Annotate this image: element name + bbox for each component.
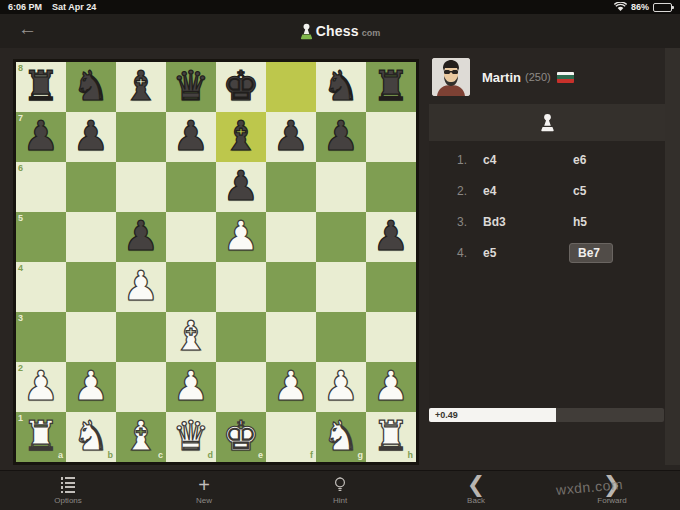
square-b3[interactable] xyxy=(66,312,116,362)
square-f1[interactable]: f xyxy=(266,412,316,462)
square-g4[interactable] xyxy=(316,262,366,312)
square-b1[interactable]: b♞ xyxy=(66,412,116,462)
battery-icon xyxy=(653,3,672,12)
square-g2[interactable]: ♟ xyxy=(316,362,366,412)
square-f5[interactable] xyxy=(266,212,316,262)
square-a6[interactable]: 6 xyxy=(16,162,66,212)
black-move[interactable]: e6 xyxy=(573,153,617,167)
piece-black-pawn: ♟ xyxy=(166,112,216,162)
piece-white-pawn: ♟ xyxy=(366,362,416,412)
square-e5[interactable]: ♟ xyxy=(216,212,266,262)
white-move[interactable]: e4 xyxy=(483,184,545,198)
pawn-logo-icon xyxy=(300,23,313,40)
square-a2[interactable]: 2♟ xyxy=(16,362,66,412)
square-h7[interactable] xyxy=(366,112,416,162)
square-g6[interactable] xyxy=(316,162,366,212)
square-f7[interactable]: ♟ xyxy=(266,112,316,162)
piece-white-pawn: ♟ xyxy=(316,362,366,412)
game-panel: Martin (250) 1. c4 e6 2. e4 c5 xyxy=(429,48,665,465)
piece-black-knight: ♞ xyxy=(316,62,366,112)
black-move[interactable]: h5 xyxy=(573,215,617,229)
square-d8[interactable]: ♛ xyxy=(166,62,216,112)
piece-black-bishop: ♝ xyxy=(216,112,266,162)
square-h2[interactable]: ♟ xyxy=(366,362,416,412)
options-button[interactable]: Options xyxy=(0,471,136,510)
square-e3[interactable] xyxy=(216,312,266,362)
player-rating: (250) xyxy=(525,71,551,83)
board-frame: 8♜♞♝♛♚♞♜7♟♟♟♝♟♟6♟5♟♟♟4♟3♝2♟♟♟♟♟♟1a♜b♞c♝d… xyxy=(13,59,419,465)
piece-black-pawn: ♟ xyxy=(316,112,366,162)
piece-black-pawn: ♟ xyxy=(366,212,416,262)
square-b4[interactable] xyxy=(66,262,116,312)
piece-white-pawn: ♟ xyxy=(166,362,216,412)
square-e7[interactable]: ♝ xyxy=(216,112,266,162)
square-g5[interactable] xyxy=(316,212,366,262)
square-c6[interactable] xyxy=(116,162,166,212)
square-h3[interactable] xyxy=(366,312,416,362)
hint-label: Hint xyxy=(333,496,347,505)
player-name: Martin xyxy=(482,70,521,85)
back-button[interactable]: ❮ Back xyxy=(408,471,544,510)
square-g3[interactable] xyxy=(316,312,366,362)
square-d3[interactable]: ♝ xyxy=(166,312,216,362)
bottom-toolbar: Options + New Hint ❮ Back ❯ Forward xyxy=(0,470,680,510)
piece-black-pawn: ♟ xyxy=(16,112,66,162)
square-a3[interactable]: 3 xyxy=(16,312,66,362)
move-number: 1. xyxy=(457,153,483,167)
evaluation-score: +0.49 xyxy=(429,410,458,420)
status-bar: 6:06 PM Sat Apr 24 86% xyxy=(0,0,680,14)
selected-move[interactable]: Be7 xyxy=(569,243,613,263)
square-e1[interactable]: e♚ xyxy=(216,412,266,462)
pawn-icon xyxy=(540,113,555,132)
move-number: 2. xyxy=(457,184,483,198)
options-list-icon xyxy=(61,477,76,494)
piece-black-rook: ♜ xyxy=(366,62,416,112)
square-a8[interactable]: 8♜ xyxy=(16,62,66,112)
square-d4[interactable] xyxy=(166,262,216,312)
move-row: 4. e5 Be7 xyxy=(429,240,665,265)
square-f8[interactable] xyxy=(266,62,316,112)
chevron-right-icon: ❯ xyxy=(603,477,621,494)
piece-white-pawn: ♟ xyxy=(266,362,316,412)
piece-white-pawn: ♟ xyxy=(216,212,266,262)
square-f2[interactable]: ♟ xyxy=(266,362,316,412)
piece-white-pawn: ♟ xyxy=(116,262,166,312)
white-move[interactable]: c4 xyxy=(483,153,545,167)
piece-black-pawn: ♟ xyxy=(266,112,316,162)
opponent-row[interactable]: Martin (250) xyxy=(429,56,665,98)
square-e2[interactable] xyxy=(216,362,266,412)
battery-percent: 86% xyxy=(631,2,649,12)
logo-suffix: com xyxy=(362,28,381,38)
square-d2[interactable]: ♟ xyxy=(166,362,216,412)
square-a7[interactable]: 7♟ xyxy=(16,112,66,162)
white-move[interactable]: e5 xyxy=(483,246,545,260)
black-move[interactable]: c5 xyxy=(573,184,617,198)
wifi-icon xyxy=(614,2,627,12)
square-a4[interactable]: 4 xyxy=(16,262,66,312)
hint-button[interactable]: Hint xyxy=(272,471,408,510)
square-b6[interactable] xyxy=(66,162,116,212)
lightbulb-icon xyxy=(334,477,346,494)
logo-text: Chess xyxy=(316,23,359,39)
square-c1[interactable]: c♝ xyxy=(116,412,166,462)
square-f4[interactable] xyxy=(266,262,316,312)
chesscom-logo: Chess com xyxy=(0,14,680,48)
square-b7[interactable]: ♟ xyxy=(66,112,116,162)
piece-black-pawn: ♟ xyxy=(66,112,116,162)
square-h4[interactable] xyxy=(366,262,416,312)
new-label: New xyxy=(196,496,212,505)
square-h8[interactable]: ♜ xyxy=(366,62,416,112)
move-number: 4. xyxy=(457,246,483,260)
square-a1[interactable]: 1a♜ xyxy=(16,412,66,462)
clock: 6:06 PM xyxy=(8,2,42,12)
square-c3[interactable] xyxy=(116,312,166,362)
move-number: 3. xyxy=(457,215,483,229)
header: ← Chess com xyxy=(0,14,680,48)
move-list-header xyxy=(429,104,665,141)
square-b2[interactable]: ♟ xyxy=(66,362,116,412)
square-c7[interactable] xyxy=(116,112,166,162)
piece-black-queen: ♛ xyxy=(166,62,216,112)
evaluation-white-share: +0.49 xyxy=(429,408,556,422)
square-d7[interactable]: ♟ xyxy=(166,112,216,162)
square-e4[interactable] xyxy=(216,262,266,312)
piece-black-king: ♚ xyxy=(216,62,266,112)
piece-black-pawn: ♟ xyxy=(116,212,166,262)
app-screen: 6:06 PM Sat Apr 24 86% ← Chess com 8♜♞♝♛… xyxy=(0,0,680,510)
square-g1[interactable]: g♞ xyxy=(316,412,366,462)
white-move[interactable]: Bd3 xyxy=(483,215,545,229)
square-h5[interactable]: ♟ xyxy=(366,212,416,262)
square-e6[interactable]: ♟ xyxy=(216,162,266,212)
page-background-strip xyxy=(665,48,680,465)
plus-icon: + xyxy=(198,477,210,494)
piece-black-rook: ♜ xyxy=(16,62,66,112)
move-row: 3. Bd3 h5 xyxy=(429,209,665,234)
square-d1[interactable]: d♛ xyxy=(166,412,216,462)
forward-button[interactable]: ❯ Forward xyxy=(544,471,680,510)
square-b5[interactable] xyxy=(66,212,116,262)
square-f3[interactable] xyxy=(266,312,316,362)
back-label: Back xyxy=(467,496,485,505)
move-row: 2. e4 c5 xyxy=(429,178,665,203)
new-game-button[interactable]: + New xyxy=(136,471,272,510)
avatar xyxy=(432,58,470,96)
square-b8[interactable]: ♞ xyxy=(66,62,116,112)
chevron-left-icon: ❮ xyxy=(467,477,485,494)
square-d6[interactable] xyxy=(166,162,216,212)
piece-black-pawn: ♟ xyxy=(216,162,266,212)
move-row: 1. c4 e6 xyxy=(429,147,665,172)
date: Sat Apr 24 xyxy=(52,2,96,12)
square-e8[interactable]: ♚ xyxy=(216,62,266,112)
square-h1[interactable]: h♜ xyxy=(366,412,416,462)
square-f6[interactable] xyxy=(266,162,316,212)
square-a5[interactable]: 5 xyxy=(16,212,66,262)
square-c4[interactable]: ♟ xyxy=(116,262,166,312)
square-c2[interactable] xyxy=(116,362,166,412)
piece-white-bishop: ♝ xyxy=(166,312,216,362)
piece-white-pawn: ♟ xyxy=(16,362,66,412)
square-g8[interactable]: ♞ xyxy=(316,62,366,112)
square-g7[interactable]: ♟ xyxy=(316,112,366,162)
piece-black-bishop: ♝ xyxy=(116,62,166,112)
bulgaria-flag-icon xyxy=(557,72,574,83)
chess-board: 8♜♞♝♛♚♞♜7♟♟♟♝♟♟6♟5♟♟♟4♟3♝2♟♟♟♟♟♟1a♜b♞c♝d… xyxy=(16,62,416,462)
options-label: Options xyxy=(54,496,82,505)
square-d5[interactable] xyxy=(166,212,216,262)
move-list: 1. c4 e6 2. e4 c5 3. Bd3 h5 4. e5 Be7 xyxy=(429,104,665,409)
square-c8[interactable]: ♝ xyxy=(116,62,166,112)
square-c5[interactable]: ♟ xyxy=(116,212,166,262)
square-h6[interactable] xyxy=(366,162,416,212)
piece-white-pawn: ♟ xyxy=(66,362,116,412)
forward-label: Forward xyxy=(597,496,626,505)
evaluation-bar: +0.49 xyxy=(429,408,664,422)
piece-black-knight: ♞ xyxy=(66,62,116,112)
